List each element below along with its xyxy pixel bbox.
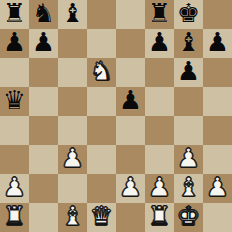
piece-white-pawn: ♟ [119, 173, 142, 202]
square-h3[interactable] [203, 145, 232, 174]
square-c4[interactable] [58, 116, 87, 145]
square-b4[interactable] [29, 116, 58, 145]
square-b3[interactable] [29, 145, 58, 174]
square-c1[interactable]: ♝ [58, 203, 87, 232]
square-b1[interactable] [29, 203, 58, 232]
square-e8[interactable] [116, 0, 145, 29]
piece-white-pawn: ♟ [148, 173, 171, 202]
square-d1[interactable]: ♛ [87, 203, 116, 232]
square-b8[interactable]: ♞ [29, 0, 58, 29]
piece-white-bishop: ♝ [61, 202, 84, 231]
square-a6[interactable] [0, 58, 29, 87]
square-g4[interactable] [174, 116, 203, 145]
square-e4[interactable] [116, 116, 145, 145]
square-d2[interactable] [87, 174, 116, 203]
piece-black-queen: ♛ [3, 86, 26, 115]
square-h8[interactable] [203, 0, 232, 29]
square-c5[interactable] [58, 87, 87, 116]
square-a1[interactable]: ♜ [0, 203, 29, 232]
piece-white-bishop: ♝ [177, 173, 200, 202]
square-a3[interactable] [0, 145, 29, 174]
square-g6[interactable]: ♟ [174, 58, 203, 87]
piece-white-pawn: ♟ [3, 173, 26, 202]
piece-black-pawn: ♟ [148, 28, 171, 57]
square-e2[interactable]: ♟ [116, 174, 145, 203]
square-f7[interactable]: ♟ [145, 29, 174, 58]
square-a2[interactable]: ♟ [0, 174, 29, 203]
square-d7[interactable] [87, 29, 116, 58]
square-g5[interactable] [174, 87, 203, 116]
piece-black-rook: ♜ [3, 0, 26, 28]
square-h1[interactable] [203, 203, 232, 232]
square-c2[interactable] [58, 174, 87, 203]
piece-white-queen: ♛ [90, 202, 113, 231]
square-h6[interactable] [203, 58, 232, 87]
piece-black-king: ♚ [177, 0, 200, 28]
square-d4[interactable] [87, 116, 116, 145]
piece-white-knight: ♞ [90, 57, 113, 86]
piece-black-pawn: ♟ [119, 86, 142, 115]
square-f8[interactable]: ♜ [145, 0, 174, 29]
piece-black-bishop: ♝ [61, 0, 84, 28]
square-f5[interactable] [145, 87, 174, 116]
square-d3[interactable] [87, 145, 116, 174]
square-a5[interactable]: ♛ [0, 87, 29, 116]
square-e3[interactable] [116, 145, 145, 174]
square-g8[interactable]: ♚ [174, 0, 203, 29]
square-a4[interactable] [0, 116, 29, 145]
square-f3[interactable] [145, 145, 174, 174]
piece-black-pawn: ♟ [177, 57, 200, 86]
square-h7[interactable]: ♟ [203, 29, 232, 58]
square-f4[interactable] [145, 116, 174, 145]
square-d5[interactable] [87, 87, 116, 116]
piece-black-pawn: ♟ [206, 28, 229, 57]
piece-white-king: ♚ [177, 202, 200, 231]
piece-white-rook: ♜ [3, 202, 26, 231]
square-c3[interactable]: ♟ [58, 145, 87, 174]
piece-white-pawn: ♟ [177, 144, 200, 173]
piece-white-pawn: ♟ [206, 173, 229, 202]
square-b7[interactable]: ♟ [29, 29, 58, 58]
piece-white-pawn: ♟ [61, 144, 84, 173]
square-g1[interactable]: ♚ [174, 203, 203, 232]
square-a8[interactable]: ♜ [0, 0, 29, 29]
square-h2[interactable]: ♟ [203, 174, 232, 203]
square-c7[interactable] [58, 29, 87, 58]
square-e7[interactable] [116, 29, 145, 58]
square-g7[interactable]: ♝ [174, 29, 203, 58]
square-b5[interactable] [29, 87, 58, 116]
square-f2[interactable]: ♟ [145, 174, 174, 203]
square-e6[interactable] [116, 58, 145, 87]
piece-black-rook: ♜ [148, 0, 171, 28]
piece-black-pawn: ♟ [32, 28, 55, 57]
square-c6[interactable] [58, 58, 87, 87]
square-f1[interactable]: ♜ [145, 203, 174, 232]
square-b2[interactable] [29, 174, 58, 203]
square-c8[interactable]: ♝ [58, 0, 87, 29]
square-e1[interactable] [116, 203, 145, 232]
square-e5[interactable]: ♟ [116, 87, 145, 116]
square-a7[interactable]: ♟ [0, 29, 29, 58]
square-g3[interactable]: ♟ [174, 145, 203, 174]
square-g2[interactable]: ♝ [174, 174, 203, 203]
piece-black-bishop: ♝ [177, 28, 200, 57]
chess-board: ♜♞♝♜♚♟♟♟♝♟♞♟♛♟♟♟♟♟♟♝♟♜♝♛♜♚ [0, 0, 232, 232]
piece-black-pawn: ♟ [3, 28, 26, 57]
square-d8[interactable] [87, 0, 116, 29]
square-h5[interactable] [203, 87, 232, 116]
square-f6[interactable] [145, 58, 174, 87]
piece-white-rook: ♜ [148, 202, 171, 231]
square-b6[interactable] [29, 58, 58, 87]
square-d6[interactable]: ♞ [87, 58, 116, 87]
piece-black-knight: ♞ [32, 0, 55, 28]
square-h4[interactable] [203, 116, 232, 145]
